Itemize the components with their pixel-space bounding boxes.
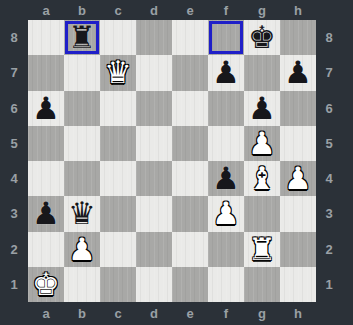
file-label-h: h: [280, 0, 316, 20]
square-c4[interactable]: [100, 161, 136, 196]
white-pawn[interactable]: ♟: [248, 128, 276, 159]
square-e6[interactable]: [172, 91, 208, 126]
square-c2[interactable]: [100, 232, 136, 267]
square-a1[interactable]: ♚: [28, 267, 64, 302]
black-pawn[interactable]: ♟: [248, 93, 276, 124]
file-label-e: e: [172, 0, 208, 20]
square-c3[interactable]: [100, 196, 136, 231]
rank-label-5: 5: [316, 126, 342, 161]
square-b8[interactable]: ♜: [64, 20, 100, 55]
square-c8[interactable]: [100, 20, 136, 55]
square-e8[interactable]: [172, 20, 208, 55]
square-h8[interactable]: [280, 20, 316, 55]
black-pawn[interactable]: ♟: [32, 93, 60, 124]
board: ♜♚♛♟♟♟♟♟♟♝♟♟♛♟♟♜♚: [28, 20, 316, 302]
file-labels-top: abcdefgh: [28, 0, 316, 20]
square-d2[interactable]: [136, 232, 172, 267]
square-e7[interactable]: [172, 55, 208, 90]
file-label-c: c: [100, 0, 136, 20]
file-label-g: g: [244, 0, 280, 20]
rank-label-7: 7: [316, 55, 342, 90]
square-c1[interactable]: [100, 267, 136, 302]
black-pawn[interactable]: ♟: [212, 163, 240, 194]
rank-label-8: 8: [0, 20, 28, 55]
square-d1[interactable]: [136, 267, 172, 302]
rank-label-5: 5: [0, 126, 28, 161]
square-a4[interactable]: [28, 161, 64, 196]
square-e1[interactable]: [172, 267, 208, 302]
file-label-b: b: [64, 0, 100, 20]
black-pawn[interactable]: ♟: [32, 198, 60, 229]
square-f5[interactable]: [208, 126, 244, 161]
rank-label-1: 1: [0, 267, 28, 302]
square-f6[interactable]: [208, 91, 244, 126]
square-e4[interactable]: [172, 161, 208, 196]
file-label-b: b: [64, 302, 100, 325]
square-g6[interactable]: ♟: [244, 91, 280, 126]
square-a7[interactable]: [28, 55, 64, 90]
file-label-e: e: [172, 302, 208, 325]
square-f7[interactable]: ♟: [208, 55, 244, 90]
square-h3[interactable]: [280, 196, 316, 231]
square-b5[interactable]: [64, 126, 100, 161]
square-f1[interactable]: [208, 267, 244, 302]
square-a6[interactable]: ♟: [28, 91, 64, 126]
black-pawn[interactable]: ♟: [212, 57, 240, 88]
square-b6[interactable]: [64, 91, 100, 126]
square-f2[interactable]: [208, 232, 244, 267]
black-pawn[interactable]: ♟: [284, 57, 312, 88]
square-g3[interactable]: [244, 196, 280, 231]
rank-labels-left: 87654321: [0, 20, 28, 302]
square-a5[interactable]: [28, 126, 64, 161]
square-g4[interactable]: ♝: [244, 161, 280, 196]
square-c6[interactable]: [100, 91, 136, 126]
square-b3[interactable]: ♛: [64, 196, 100, 231]
rank-label-2: 2: [316, 232, 342, 267]
rank-label-6: 6: [0, 91, 28, 126]
square-h4[interactable]: ♟: [280, 161, 316, 196]
square-e2[interactable]: [172, 232, 208, 267]
file-label-a: a: [28, 0, 64, 20]
white-pawn[interactable]: ♟: [284, 163, 312, 194]
rank-label-8: 8: [316, 20, 342, 55]
square-a3[interactable]: ♟: [28, 196, 64, 231]
square-b1[interactable]: [64, 267, 100, 302]
file-label-f: f: [208, 0, 244, 20]
square-e3[interactable]: [172, 196, 208, 231]
square-h6[interactable]: [280, 91, 316, 126]
square-h5[interactable]: [280, 126, 316, 161]
square-e5[interactable]: [172, 126, 208, 161]
square-d7[interactable]: [136, 55, 172, 90]
rank-label-6: 6: [316, 91, 342, 126]
square-h7[interactable]: ♟: [280, 55, 316, 90]
square-b7[interactable]: [64, 55, 100, 90]
square-b4[interactable]: [64, 161, 100, 196]
black-rook[interactable]: ♜: [68, 22, 96, 53]
file-label-h: h: [280, 302, 316, 325]
square-d6[interactable]: [136, 91, 172, 126]
square-g1[interactable]: [244, 267, 280, 302]
file-label-d: d: [136, 0, 172, 20]
white-queen[interactable]: ♛: [104, 57, 132, 88]
square-d8[interactable]: [136, 20, 172, 55]
file-label-f: f: [208, 302, 244, 325]
black-king[interactable]: ♚: [248, 22, 276, 53]
file-labels-bottom: abcdefgh: [28, 302, 316, 325]
square-g5[interactable]: ♟: [244, 126, 280, 161]
square-g7[interactable]: [244, 55, 280, 90]
white-bishop[interactable]: ♝: [248, 163, 276, 194]
square-g2[interactable]: ♜: [244, 232, 280, 267]
white-king[interactable]: ♚: [32, 269, 60, 300]
square-f8[interactable]: [208, 20, 244, 55]
white-pawn[interactable]: ♟: [68, 234, 96, 265]
chess-board-panel: abcdefgh 87654321 ♜♚♛♟♟♟♟♟♟♝♟♟♛♟♟♜♚ 8765…: [0, 0, 353, 325]
square-h2[interactable]: [280, 232, 316, 267]
file-label-a: a: [28, 302, 64, 325]
square-c5[interactable]: [100, 126, 136, 161]
white-pawn[interactable]: ♟: [212, 198, 240, 229]
square-d3[interactable]: [136, 196, 172, 231]
rank-label-4: 4: [0, 161, 28, 196]
rank-label-4: 4: [316, 161, 342, 196]
black-queen[interactable]: ♛: [68, 198, 96, 229]
rank-label-3: 3: [0, 196, 28, 231]
rank-label-1: 1: [316, 267, 342, 302]
square-a8[interactable]: [28, 20, 64, 55]
file-label-c: c: [100, 302, 136, 325]
square-f3[interactable]: ♟: [208, 196, 244, 231]
white-rook[interactable]: ♜: [248, 234, 276, 265]
square-d4[interactable]: [136, 161, 172, 196]
square-b2[interactable]: ♟: [64, 232, 100, 267]
square-h1[interactable]: [280, 267, 316, 302]
square-d5[interactable]: [136, 126, 172, 161]
square-a2[interactable]: [28, 232, 64, 267]
square-f4[interactable]: ♟: [208, 161, 244, 196]
square-g8[interactable]: ♚: [244, 20, 280, 55]
rank-label-7: 7: [0, 55, 28, 90]
rank-label-3: 3: [316, 196, 342, 231]
square-c7[interactable]: ♛: [100, 55, 136, 90]
rank-label-2: 2: [0, 232, 28, 267]
rank-labels-right: 87654321: [316, 20, 342, 302]
file-label-d: d: [136, 302, 172, 325]
file-label-g: g: [244, 302, 280, 325]
